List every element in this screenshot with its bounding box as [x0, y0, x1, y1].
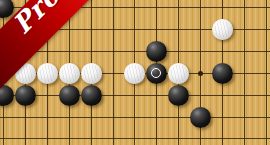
- black-stone-glyph: ●: [212, 63, 233, 84]
- black-stone-glyph: ●: [15, 85, 36, 106]
- grid-line-horizontal: [0, 117, 270, 118]
- white-stone: ○: [81, 63, 102, 84]
- black-stone: ●: [81, 85, 102, 106]
- white-stone: ○: [168, 63, 189, 84]
- white-stone-glyph: ○: [168, 63, 189, 84]
- black-stone: ●: [168, 85, 189, 106]
- grid-line-horizontal: [0, 51, 270, 52]
- white-stone: ○: [37, 63, 58, 84]
- white-stone-glyph: ○: [212, 19, 233, 40]
- black-stone: ●: [146, 63, 167, 84]
- black-stone: ●: [146, 41, 167, 62]
- black-stone-glyph: ●: [59, 85, 80, 106]
- white-stone: ○: [59, 63, 80, 84]
- black-stone-glyph: ●: [190, 107, 211, 128]
- black-stone: ●: [190, 107, 211, 128]
- black-stone: ●: [0, 85, 14, 106]
- grid-line-horizontal: [0, 138, 270, 139]
- black-stone-glyph: ●: [146, 41, 167, 62]
- last-move-marker: [151, 68, 161, 78]
- black-stone: ●: [212, 63, 233, 84]
- black-stone-glyph: ●: [168, 85, 189, 106]
- white-stone: ○: [212, 19, 233, 40]
- white-stone-glyph: ○: [59, 63, 80, 84]
- black-stone: ●: [15, 85, 36, 106]
- star-point: [198, 71, 203, 76]
- white-stone-glyph: ○: [124, 63, 145, 84]
- grid-line-horizontal: [0, 95, 270, 96]
- black-stone-glyph: ●: [0, 85, 14, 106]
- white-stone-glyph: ○: [81, 63, 102, 84]
- black-stone: ●: [59, 85, 80, 106]
- white-stone-glyph: ○: [37, 63, 58, 84]
- white-stone: ○: [124, 63, 145, 84]
- black-stone-glyph: ●: [81, 85, 102, 106]
- go-board[interactable]: ●●●●●●●●●●○○○○○○○ Pro: [0, 0, 270, 145]
- pro-ribbon-label: Pro: [7, 0, 66, 40]
